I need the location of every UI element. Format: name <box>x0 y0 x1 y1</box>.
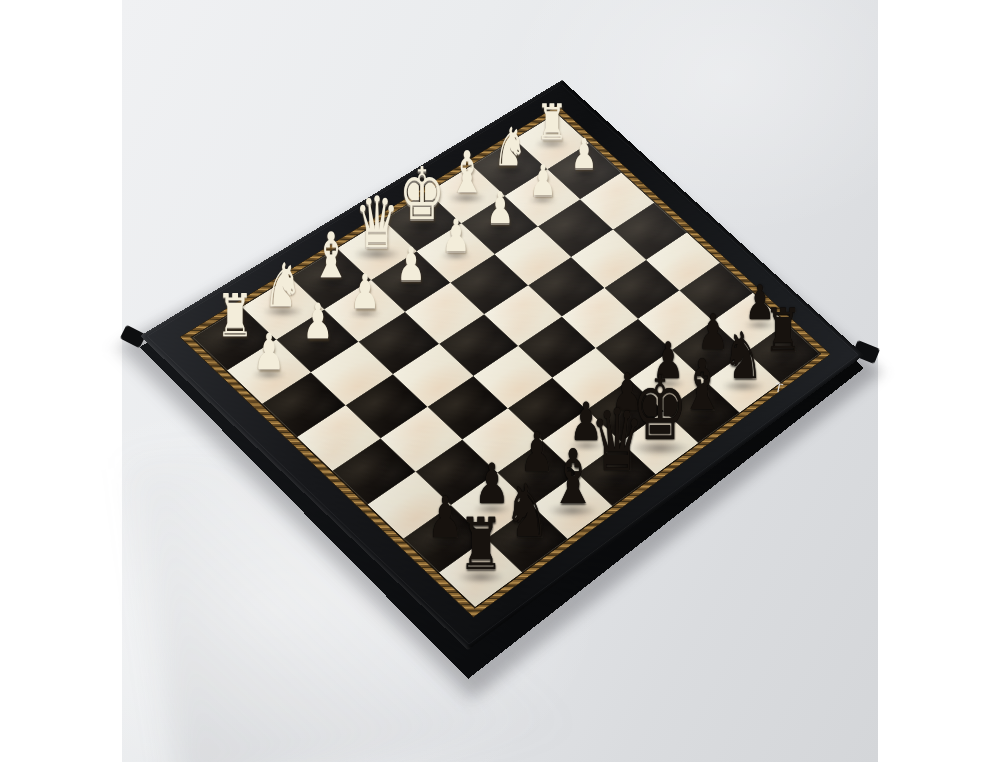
photo-scene: ♜♞♝♛♚♝♞♜♟♟♟♟♟♟♟♟♜♞♝♛♚♝♞♜♟♟♟♟♟♟♟♟ T <box>0 0 1000 762</box>
